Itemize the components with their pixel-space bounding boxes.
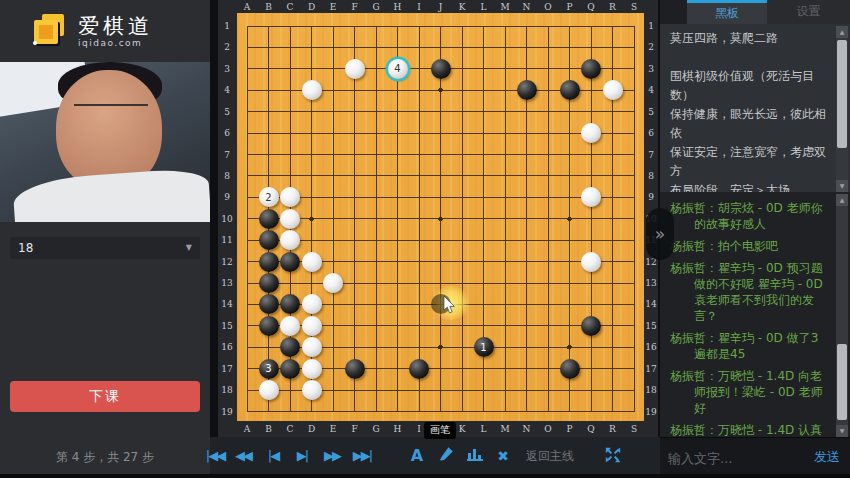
coord-col-top-K: K [459, 2, 466, 12]
coord-row-right-6: 6 [648, 128, 654, 138]
scroll-up-icon[interactable]: ▲ [836, 194, 848, 206]
playback-toolbar: |◀◀◀◀|◀▶|▶▶▶▶| A ✖ 返回主线 [210, 437, 660, 474]
coord-col-bottom-Q: Q [587, 424, 594, 434]
coord-col-bottom-S: S [631, 424, 637, 434]
step-status: 第 4 步，共 27 步 [0, 449, 210, 466]
tab-settings[interactable]: 设置 [767, 0, 850, 24]
coord-col-top-C: C [287, 2, 294, 12]
coord-col-top-L: L [481, 2, 487, 12]
teacher-video-feed [0, 62, 210, 222]
coord-row-left-19: 19 [221, 407, 232, 417]
black-stone-B17: 3 [259, 359, 279, 379]
coord-col-top-O: O [544, 2, 551, 12]
white-stone-Q6 [581, 123, 601, 143]
star-point [567, 345, 572, 350]
coord-col-bottom-M: M [500, 424, 509, 434]
black-stone-C12 [280, 252, 300, 272]
coord-row-right-5: 5 [648, 107, 654, 117]
white-stone-B9: 2 [259, 187, 279, 207]
back-to-mainline-button[interactable]: 返回主线 [520, 444, 580, 468]
right-panel-tabs: 黑板 设置 [660, 0, 850, 24]
black-stone-B10 [259, 209, 279, 229]
white-stone-E13 [323, 273, 343, 293]
coord-col-top-D: D [308, 2, 315, 12]
blackboard-line [670, 48, 828, 67]
coord-row-left-3: 3 [224, 64, 230, 74]
mouse-cursor-icon [442, 296, 456, 314]
blackboard-scrollbar[interactable]: ▲ ▼ [836, 26, 848, 192]
coord-row-right-16: 16 [645, 342, 656, 352]
scroll-down-icon[interactable]: ▼ [836, 180, 848, 192]
coord-col-bottom-C: C [287, 424, 294, 434]
black-stone-B13 [259, 273, 279, 293]
white-stone-D15 [302, 316, 322, 336]
black-stone-N4 [517, 80, 537, 100]
coord-row-right-1: 1 [648, 21, 654, 31]
move-number-label: 1 [480, 342, 486, 353]
coord-col-top-B: B [265, 2, 272, 12]
board-panel: AABBCCDDEEFFGGHHIIJJKKLLMMNNOOPPQQRRSS11… [210, 0, 660, 478]
coord-col-bottom-A: A [244, 424, 251, 434]
coord-row-left-8: 8 [224, 171, 230, 181]
chevrons-right-icon: » [655, 224, 665, 244]
black-stone-Q3 [581, 59, 601, 79]
collapse-panel-handle[interactable]: » [646, 208, 674, 260]
scroll-down-icon[interactable]: ▼ [836, 425, 848, 437]
iqidao-go-classroom: 爱棋道 iqidao.com 18 ▼ 下课 第 4 步，共 27 步 AABB… [0, 0, 850, 478]
white-stone-H3: 4 [388, 59, 408, 79]
chat-input-bar: 发送 [660, 437, 850, 478]
blackboard-line: 莫压四路，莫爬二路 [670, 29, 828, 48]
star-point [567, 216, 572, 221]
white-stone-R4 [603, 80, 623, 100]
chart-icon [467, 449, 483, 461]
coord-col-bottom-E: E [330, 424, 337, 434]
clear-annotations-button[interactable]: ✖ [491, 444, 515, 468]
blackboard-line: 保持健康，眼光长远，彼此相依 [670, 105, 828, 143]
white-stone-D12 [302, 252, 322, 272]
white-stone-D17 [302, 359, 322, 379]
coord-row-right-8: 8 [648, 171, 654, 181]
end-class-button[interactable]: 下课 [10, 381, 200, 412]
coord-row-left-16: 16 [221, 342, 232, 352]
black-stone-B14 [259, 294, 279, 314]
coord-row-right-3: 3 [648, 64, 654, 74]
coord-col-bottom-B: B [265, 424, 272, 434]
star-point [438, 345, 443, 350]
black-stone-P4 [560, 80, 580, 100]
coord-col-bottom-I: I [417, 424, 421, 434]
chat-message: 杨振哲：万晓恺 - 1.4D 认真听！ [670, 422, 828, 437]
white-stone-B18 [259, 380, 279, 400]
black-stone-C17 [280, 359, 300, 379]
white-stone-D14 [302, 294, 322, 314]
fullscreen-button[interactable] [600, 444, 626, 468]
coord-row-left-10: 10 [221, 214, 232, 224]
black-stone-Q15 [581, 316, 601, 336]
white-stone-C10 [280, 209, 300, 229]
coord-row-left-18: 18 [221, 385, 232, 395]
chat-message-list: 杨振哲：胡宗炫 - 0D 老师你的故事好感人杨振哲：拍个电影吧杨振哲：瞿辛玙 -… [660, 192, 850, 437]
blackboard-line: 围棋初级价值观（死活与目数） [670, 67, 828, 105]
scroll-up-icon[interactable]: ▲ [836, 26, 848, 38]
coord-row-right-19: 19 [645, 407, 656, 417]
right-panel: 黑板 设置 莫压四路，莫爬二路围棋初级价值观（死活与目数） 保持健康，眼光长远，… [660, 0, 850, 478]
coord-row-left-11: 11 [221, 235, 232, 245]
chat-input[interactable] [668, 446, 798, 470]
coord-col-top-F: F [351, 2, 357, 12]
chat-message: 杨振哲：拍个电影吧 [670, 238, 828, 254]
coord-col-top-P: P [566, 2, 572, 12]
coord-col-bottom-N: N [523, 424, 531, 434]
fast-rewind-button[interactable]: ◀◀ [230, 444, 256, 468]
star-point [438, 88, 443, 93]
coord-row-right-9: 9 [648, 192, 654, 202]
move-number-label: 3 [265, 363, 271, 374]
white-stone-D16 [302, 337, 322, 357]
coord-row-left-12: 12 [221, 257, 232, 267]
coord-col-bottom-D: D [308, 424, 315, 434]
star-point [438, 216, 443, 221]
coord-row-right-7: 7 [648, 150, 654, 160]
coord-col-top-N: N [523, 2, 531, 12]
coord-col-top-S: S [631, 2, 637, 12]
coord-row-left-9: 9 [224, 192, 230, 202]
coord-row-right-18: 18 [645, 385, 656, 395]
white-stone-D18 [302, 380, 322, 400]
coord-col-top-I: I [417, 2, 421, 12]
chat-message: 杨振哲：瞿辛玙 - 0D 做了3遍都是45 [670, 330, 828, 362]
coord-row-left-5: 5 [224, 107, 230, 117]
white-stone-D4 [302, 80, 322, 100]
move-number-dropdown[interactable]: 18 ▼ [10, 237, 200, 259]
chevron-down-icon: ▼ [186, 237, 192, 259]
coord-col-bottom-O: O [544, 424, 551, 434]
coord-col-bottom-K: K [459, 424, 466, 434]
chat-scroll-thumb[interactable] [837, 344, 847, 420]
move-number-value: 18 [18, 241, 33, 255]
iqidao-logo-icon [30, 12, 68, 50]
coord-row-right-15: 15 [645, 321, 656, 331]
white-stone-Q12 [581, 252, 601, 272]
blackboard-line: 保证安定，注意宽窄，考虑双方 [670, 143, 828, 181]
brush-icon [437, 446, 454, 463]
brush-button[interactable] [433, 444, 457, 468]
coord-row-right-4: 4 [648, 85, 654, 95]
white-stone-C15 [280, 316, 300, 336]
black-stone-B11 [259, 230, 279, 250]
coord-col-bottom-F: F [351, 424, 357, 434]
brush-tooltip: 画笔 [424, 422, 456, 439]
step-back-button[interactable]: |◀ [260, 444, 286, 468]
fast-forward-button[interactable]: ▶▶ [319, 444, 345, 468]
coord-col-top-G: G [372, 2, 379, 12]
blackboard-scroll-thumb[interactable] [837, 40, 847, 148]
coord-col-bottom-R: R [609, 424, 616, 434]
coord-row-right-17: 17 [645, 364, 656, 374]
chart-button[interactable] [463, 444, 487, 468]
move-number-label: 2 [265, 192, 271, 203]
coord-col-top-R: R [609, 2, 616, 12]
chat-scrollbar[interactable]: ▲ ▼ [836, 194, 848, 437]
blackboard-line: 布局阶段，安定＞大场 [670, 181, 828, 192]
coord-row-left-13: 13 [221, 278, 232, 288]
logo-subtitle: iqidao.com [78, 38, 153, 48]
chat-message: 杨振哲：瞿辛玙 - 0D 预习题做的不好呢 瞿辛玙 - 0D 袁老师看不到我们的… [670, 260, 828, 324]
coord-col-bottom-P: P [566, 424, 572, 434]
skip-to-start-button[interactable]: |◀◀ [202, 444, 228, 468]
skip-to-end-button[interactable]: ▶▶| [349, 444, 375, 468]
coord-row-left-17: 17 [221, 364, 232, 374]
bottom-edge-strip [0, 474, 850, 478]
coord-row-left-1: 1 [224, 21, 230, 31]
tab-blackboard[interactable]: 黑板 [687, 0, 767, 24]
fullscreen-icon [604, 446, 622, 464]
coord-col-bottom-L: L [481, 424, 487, 434]
coord-col-top-A: A [244, 2, 251, 12]
logo-title: 爱棋道 [78, 15, 153, 38]
black-stone-B12 [259, 252, 279, 272]
coord-row-right-2: 2 [648, 42, 654, 52]
go-board[interactable]: AABBCCDDEEFFGGHHIIJJKKLLMMNNOOPPQQRRSS11… [218, 0, 658, 437]
black-stone-J3 [431, 59, 451, 79]
coord-col-top-Q: Q [587, 2, 594, 12]
chat-message: 杨振哲：万晓恺 - 1.4D 向老师报到！梁屹 - 0D 老师好 [670, 368, 828, 416]
coord-row-right-14: 14 [645, 299, 656, 309]
coord-row-left-2: 2 [224, 42, 230, 52]
step-forward-button[interactable]: ▶| [289, 444, 315, 468]
star-point [309, 216, 314, 221]
coord-row-left-6: 6 [224, 128, 230, 138]
coord-col-top-J: J [439, 2, 443, 12]
coord-row-right-13: 13 [645, 278, 656, 288]
coord-col-top-M: M [500, 2, 509, 12]
coord-row-left-15: 15 [221, 321, 232, 331]
coord-col-bottom-H: H [394, 424, 402, 434]
white-stone-F3 [345, 59, 365, 79]
text-annotation-button[interactable]: A [405, 444, 429, 468]
logo: 爱棋道 iqidao.com [0, 0, 210, 62]
coord-col-top-H: H [394, 2, 402, 12]
black-stone-P17 [560, 359, 580, 379]
send-button[interactable]: 发送 [814, 448, 840, 466]
coord-row-left-7: 7 [224, 150, 230, 160]
black-stone-L16: 1 [474, 337, 494, 357]
black-stone-F17 [345, 359, 365, 379]
chat-message: 杨振哲：胡宗炫 - 0D 老师你的故事好感人 [670, 200, 828, 232]
left-panel: 爱棋道 iqidao.com 18 ▼ 下课 第 4 步，共 27 步 [0, 0, 210, 478]
black-stone-B15 [259, 316, 279, 336]
coord-row-left-4: 4 [224, 85, 230, 95]
black-stone-I17 [409, 359, 429, 379]
coord-col-bottom-G: G [372, 424, 379, 434]
coord-col-top-E: E [330, 2, 337, 12]
coord-row-left-14: 14 [221, 299, 232, 309]
blackboard-notes: 莫压四路，莫爬二路围棋初级价值观（死活与目数） 保持健康，眼光长远，彼此相依保证… [660, 24, 850, 192]
move-number-label: 4 [394, 63, 400, 74]
